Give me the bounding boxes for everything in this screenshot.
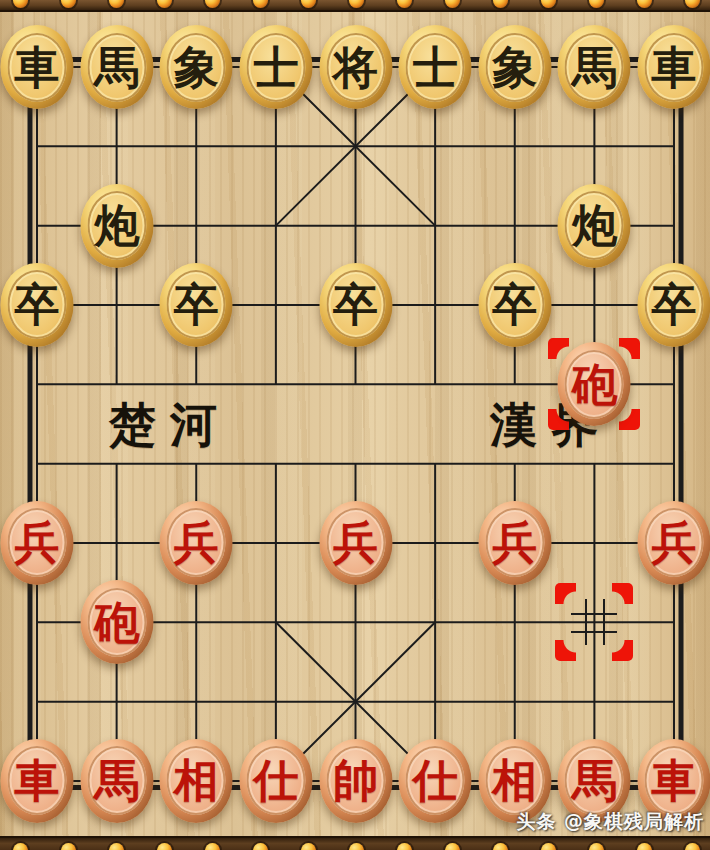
piece-face: 兵 bbox=[8, 508, 67, 577]
piece-glyph: 象 bbox=[492, 45, 537, 90]
gold-stud-icon bbox=[445, 843, 460, 850]
piece-face: 炮 bbox=[87, 191, 146, 260]
piece-face: 炮 bbox=[565, 191, 624, 260]
piece-glyph: 帥 bbox=[333, 758, 378, 803]
piece-red-pawn-2[interactable]: 兵 bbox=[160, 501, 233, 585]
gold-stud-icon bbox=[397, 0, 412, 8]
piece-glyph: 車 bbox=[15, 45, 60, 90]
piece-glyph: 卒 bbox=[652, 282, 697, 327]
piece-face: 相 bbox=[167, 746, 226, 815]
piece-face: 馬 bbox=[565, 33, 624, 102]
gold-stud-icon bbox=[61, 0, 76, 8]
piece-black-rook-left[interactable]: 車 bbox=[1, 25, 74, 109]
marker-corner bbox=[612, 640, 633, 661]
crosshair-icon bbox=[571, 631, 617, 633]
piece-glyph: 士 bbox=[413, 45, 458, 90]
gold-stud-icon bbox=[397, 843, 412, 850]
piece-face: 相 bbox=[485, 746, 544, 815]
piece-face: 砲 bbox=[87, 588, 146, 657]
bottom-stud-band bbox=[0, 836, 710, 850]
gold-stud-icon bbox=[445, 0, 460, 8]
piece-glyph: 兵 bbox=[652, 520, 697, 565]
piece-face: 車 bbox=[8, 746, 67, 815]
piece-glyph: 車 bbox=[652, 758, 697, 803]
piece-face: 卒 bbox=[167, 270, 226, 339]
marker-corner bbox=[612, 583, 633, 604]
crosshair-icon bbox=[585, 599, 587, 645]
marker-corner bbox=[619, 338, 640, 359]
piece-face: 馬 bbox=[87, 746, 146, 815]
piece-face: 車 bbox=[645, 746, 704, 815]
piece-glyph: 車 bbox=[652, 45, 697, 90]
piece-glyph: 兵 bbox=[333, 520, 378, 565]
gold-stud-icon bbox=[541, 0, 556, 8]
marker-corner bbox=[555, 640, 576, 661]
piece-red-cannon-right-moved[interactable]: 砲 bbox=[558, 342, 631, 426]
last-move-origin-marker bbox=[555, 583, 633, 661]
piece-black-pawn-3[interactable]: 卒 bbox=[319, 263, 392, 347]
piece-face: 兵 bbox=[645, 508, 704, 577]
piece-black-advisor-right[interactable]: 士 bbox=[399, 25, 472, 109]
piece-glyph: 士 bbox=[253, 45, 298, 90]
piece-red-horse-left[interactable]: 馬 bbox=[80, 739, 153, 823]
piece-face: 象 bbox=[167, 33, 226, 102]
piece-face: 象 bbox=[485, 33, 544, 102]
piece-red-general[interactable]: 帥 bbox=[319, 739, 392, 823]
top-stud-band bbox=[0, 0, 710, 12]
piece-glyph: 卒 bbox=[15, 282, 60, 327]
piece-face: 卒 bbox=[8, 270, 67, 339]
piece-glyph: 馬 bbox=[572, 758, 617, 803]
piece-face: 卒 bbox=[326, 270, 385, 339]
gold-stud-icon bbox=[685, 843, 700, 850]
piece-glyph: 砲 bbox=[94, 600, 139, 645]
piece-black-rook-right[interactable]: 車 bbox=[638, 25, 710, 109]
gold-stud-icon bbox=[205, 843, 220, 850]
gold-stud-icon bbox=[493, 843, 508, 850]
piece-face: 兵 bbox=[326, 508, 385, 577]
piece-glyph: 卒 bbox=[492, 282, 537, 327]
piece-glyph: 馬 bbox=[94, 758, 139, 803]
piece-glyph: 相 bbox=[492, 758, 537, 803]
piece-glyph: 砲 bbox=[572, 362, 617, 407]
piece-face: 帥 bbox=[326, 746, 385, 815]
piece-black-cannon-right[interactable]: 炮 bbox=[558, 184, 631, 268]
piece-black-horse-right[interactable]: 馬 bbox=[558, 25, 631, 109]
piece-face: 兵 bbox=[167, 508, 226, 577]
marker-corner bbox=[619, 409, 640, 430]
crosshair-icon bbox=[571, 613, 617, 615]
gold-stud-icon bbox=[301, 843, 316, 850]
piece-glyph: 馬 bbox=[572, 45, 617, 90]
gold-stud-icon bbox=[301, 0, 316, 8]
piece-red-pawn-1[interactable]: 兵 bbox=[1, 501, 74, 585]
piece-black-pawn-4[interactable]: 卒 bbox=[478, 263, 551, 347]
gold-stud-icon bbox=[589, 843, 604, 850]
piece-red-elephant-left[interactable]: 相 bbox=[160, 739, 233, 823]
gold-stud-icon bbox=[109, 0, 124, 8]
gold-stud-icon bbox=[541, 843, 556, 850]
piece-red-rook-left[interactable]: 車 bbox=[1, 739, 74, 823]
piece-face: 仕 bbox=[246, 746, 305, 815]
crosshair-icon bbox=[603, 599, 605, 645]
piece-glyph: 馬 bbox=[94, 45, 139, 90]
gold-stud-icon bbox=[349, 843, 364, 850]
piece-face: 砲 bbox=[565, 350, 624, 419]
piece-face: 卒 bbox=[485, 270, 544, 339]
river-label-chu-he: 楚河 bbox=[109, 394, 231, 457]
piece-black-cannon-left[interactable]: 炮 bbox=[80, 184, 153, 268]
gold-stud-icon bbox=[61, 843, 76, 850]
piece-red-pawn-5[interactable]: 兵 bbox=[638, 501, 710, 585]
gold-stud-icon bbox=[157, 0, 172, 8]
gold-stud-icon bbox=[109, 843, 124, 850]
gold-stud-icon bbox=[157, 843, 172, 850]
piece-face: 士 bbox=[246, 33, 305, 102]
piece-glyph: 将 bbox=[333, 45, 378, 90]
piece-black-advisor-left[interactable]: 士 bbox=[239, 25, 312, 109]
piece-face: 車 bbox=[8, 33, 67, 102]
gold-stud-icon bbox=[493, 0, 508, 8]
marker-corner bbox=[548, 409, 569, 430]
piece-glyph: 仕 bbox=[253, 758, 298, 803]
piece-glyph: 車 bbox=[15, 758, 60, 803]
gold-stud-icon bbox=[13, 0, 28, 8]
marker-corner bbox=[555, 583, 576, 604]
piece-face: 馬 bbox=[565, 746, 624, 815]
watermark: 头条 @象棋残局解析 bbox=[516, 809, 704, 835]
piece-face: 車 bbox=[645, 33, 704, 102]
gold-stud-icon bbox=[13, 843, 28, 850]
gold-stud-icon bbox=[253, 843, 268, 850]
piece-glyph: 卒 bbox=[333, 282, 378, 327]
xiangqi-app: 楚河 漢界 車馬象士将士象馬車炮炮卒卒卒卒卒砲兵兵兵兵兵砲車馬相仕帥仕相馬車 头… bbox=[0, 0, 710, 850]
piece-glyph: 炮 bbox=[94, 203, 139, 248]
piece-black-pawn-2[interactable]: 卒 bbox=[160, 263, 233, 347]
piece-glyph: 卒 bbox=[174, 282, 219, 327]
piece-glyph: 兵 bbox=[174, 520, 219, 565]
piece-face: 馬 bbox=[87, 33, 146, 102]
gold-stud-icon bbox=[205, 0, 220, 8]
gold-stud-icon bbox=[349, 0, 364, 8]
gold-stud-icon bbox=[637, 0, 652, 8]
piece-glyph: 兵 bbox=[15, 520, 60, 565]
piece-black-elephant-left[interactable]: 象 bbox=[160, 25, 233, 109]
gold-stud-icon bbox=[253, 0, 268, 8]
piece-red-pawn-3[interactable]: 兵 bbox=[319, 501, 392, 585]
piece-face: 将 bbox=[326, 33, 385, 102]
piece-face: 兵 bbox=[485, 508, 544, 577]
piece-red-cannon-left[interactable]: 砲 bbox=[80, 580, 153, 664]
piece-face: 仕 bbox=[406, 746, 465, 815]
gold-stud-icon bbox=[589, 0, 604, 8]
piece-glyph: 炮 bbox=[572, 203, 617, 248]
piece-black-general[interactable]: 将 bbox=[319, 25, 392, 109]
piece-glyph: 仕 bbox=[413, 758, 458, 803]
piece-black-horse-left[interactable]: 馬 bbox=[80, 25, 153, 109]
piece-red-advisor-right[interactable]: 仕 bbox=[399, 739, 472, 823]
gold-stud-icon bbox=[685, 0, 700, 8]
piece-black-pawn-5[interactable]: 卒 bbox=[638, 263, 710, 347]
piece-red-pawn-4[interactable]: 兵 bbox=[478, 501, 551, 585]
piece-glyph: 相 bbox=[174, 758, 219, 803]
gold-stud-icon bbox=[637, 843, 652, 850]
piece-red-advisor-left[interactable]: 仕 bbox=[239, 739, 312, 823]
piece-black-pawn-1[interactable]: 卒 bbox=[1, 263, 74, 347]
piece-glyph: 兵 bbox=[492, 520, 537, 565]
piece-black-elephant-right[interactable]: 象 bbox=[478, 25, 551, 109]
piece-glyph: 象 bbox=[174, 45, 219, 90]
piece-face: 士 bbox=[406, 33, 465, 102]
piece-face: 卒 bbox=[645, 270, 704, 339]
